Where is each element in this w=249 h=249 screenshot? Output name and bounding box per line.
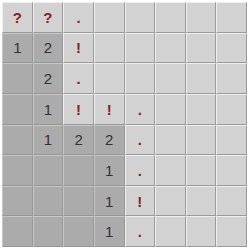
cell-r8c2[interactable] [33, 216, 64, 247]
cell-r8c7[interactable] [186, 216, 217, 247]
cell-r5c1[interactable] [2, 125, 33, 156]
number-1: 1 [105, 193, 113, 210]
cell-r7c2[interactable] [33, 186, 64, 217]
dot-mark: . [76, 70, 80, 87]
cell-r7c7[interactable] [186, 186, 217, 217]
cell-r8c5[interactable]: . [125, 216, 156, 247]
dot-mark: . [138, 223, 142, 240]
cell-r7c6[interactable] [155, 186, 186, 217]
cell-r7c8[interactable] [216, 186, 247, 217]
cell-r4c5[interactable]: . [125, 94, 156, 125]
cell-r3c2[interactable]: 2 [33, 63, 64, 94]
cell-r4c3[interactable]: ! [63, 94, 94, 125]
exclamation-mark: ! [76, 39, 81, 56]
cell-r4c2[interactable]: 1 [33, 94, 64, 125]
cell-r2c4[interactable] [94, 33, 125, 64]
cell-r6c1[interactable] [2, 155, 33, 186]
cell-r7c3[interactable] [63, 186, 94, 217]
cell-r5c4[interactable]: 2 [94, 125, 125, 156]
number-1: 1 [44, 101, 52, 118]
cell-r1c3[interactable]: . [63, 2, 94, 33]
cell-r2c5[interactable] [125, 33, 156, 64]
cell-r4c1[interactable] [2, 94, 33, 125]
cell-r2c1[interactable]: 1 [2, 33, 33, 64]
cell-r5c2[interactable]: 1 [33, 125, 64, 156]
cell-r3c5[interactable] [125, 63, 156, 94]
number-1: 1 [13, 39, 21, 56]
cell-r6c2[interactable] [33, 155, 64, 186]
board-grid: ??.12!2.1!!.122.1.1!1. [2, 2, 247, 247]
cell-r3c3[interactable]: . [63, 63, 94, 94]
question-mark: ? [43, 9, 52, 26]
cell-r5c8[interactable] [216, 125, 247, 156]
cell-r5c7[interactable] [186, 125, 217, 156]
cell-r6c7[interactable] [186, 155, 217, 186]
cell-r8c3[interactable] [63, 216, 94, 247]
cell-r1c6[interactable] [155, 2, 186, 33]
cell-r7c5[interactable]: ! [125, 186, 156, 217]
dot-mark: . [138, 131, 142, 148]
cell-r2c8[interactable] [216, 33, 247, 64]
cell-r3c6[interactable] [155, 63, 186, 94]
number-2: 2 [74, 131, 82, 148]
cell-r6c4[interactable]: 1 [94, 155, 125, 186]
cell-r4c4[interactable]: ! [94, 94, 125, 125]
cell-r7c4[interactable]: 1 [94, 186, 125, 217]
cell-r1c7[interactable] [186, 2, 217, 33]
exclamation-mark: ! [76, 101, 81, 118]
dot-mark: . [138, 162, 142, 179]
cell-r6c3[interactable] [63, 155, 94, 186]
cell-r2c3[interactable]: ! [63, 33, 94, 64]
number-1: 1 [105, 223, 113, 240]
cell-r3c8[interactable] [216, 63, 247, 94]
cell-r6c6[interactable] [155, 155, 186, 186]
cell-r1c2[interactable]: ? [33, 2, 64, 33]
number-2: 2 [105, 131, 113, 148]
question-mark: ? [13, 9, 22, 26]
cell-r3c1[interactable] [2, 63, 33, 94]
dot-mark: . [138, 101, 142, 118]
cell-r6c5[interactable]: . [125, 155, 156, 186]
cell-r8c6[interactable] [155, 216, 186, 247]
number-1: 1 [105, 162, 113, 179]
cell-r5c6[interactable] [155, 125, 186, 156]
cell-r2c7[interactable] [186, 33, 217, 64]
cell-r6c8[interactable] [216, 155, 247, 186]
number-2: 2 [44, 70, 52, 87]
cell-r1c4[interactable] [94, 2, 125, 33]
cell-r1c8[interactable] [216, 2, 247, 33]
exclamation-mark: ! [137, 193, 142, 210]
cell-r8c8[interactable] [216, 216, 247, 247]
minesweeper-board: ??.12!2.1!!.122.1.1!1. [0, 0, 249, 249]
cell-r3c7[interactable] [186, 63, 217, 94]
cell-r4c7[interactable] [186, 94, 217, 125]
cell-r4c8[interactable] [216, 94, 247, 125]
cell-r8c1[interactable] [2, 216, 33, 247]
dot-mark: . [76, 9, 80, 26]
cell-r8c4[interactable]: 1 [94, 216, 125, 247]
exclamation-mark: ! [107, 101, 112, 118]
cell-r1c5[interactable] [125, 2, 156, 33]
number-2: 2 [44, 39, 52, 56]
number-1: 1 [44, 131, 52, 148]
cell-r2c2[interactable]: 2 [33, 33, 64, 64]
cell-r2c6[interactable] [155, 33, 186, 64]
cell-r5c5[interactable]: . [125, 125, 156, 156]
cell-r5c3[interactable]: 2 [63, 125, 94, 156]
cell-r1c1[interactable]: ? [2, 2, 33, 33]
cell-r3c4[interactable] [94, 63, 125, 94]
cell-r4c6[interactable] [155, 94, 186, 125]
cell-r7c1[interactable] [2, 186, 33, 217]
